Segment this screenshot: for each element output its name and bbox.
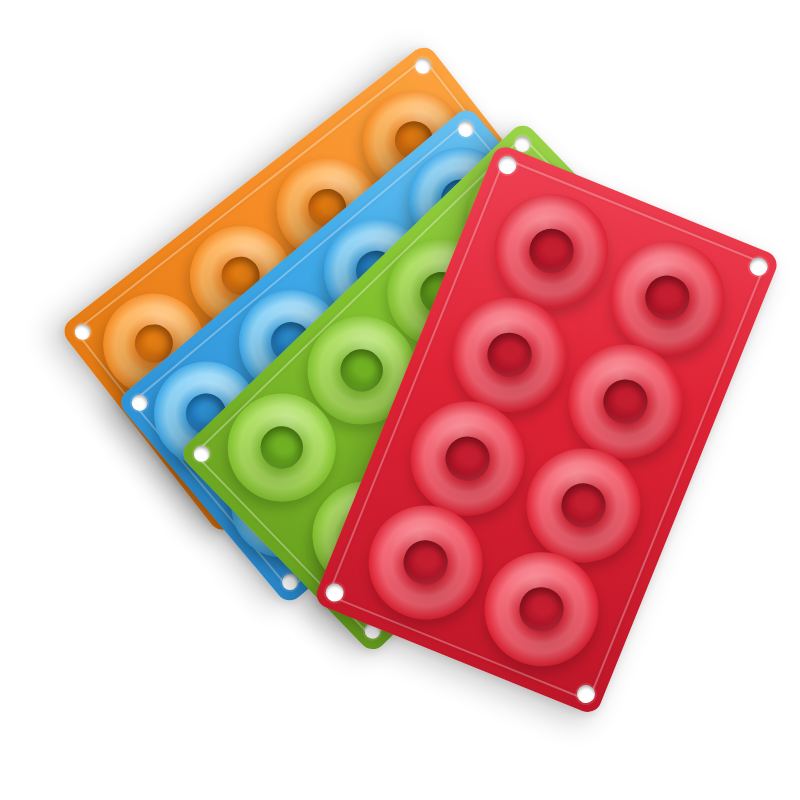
cavity-center-hole — [481, 327, 537, 383]
corner-hang-hole — [455, 118, 478, 141]
corner-hang-hole — [412, 55, 434, 77]
corner-hang-hole — [71, 321, 93, 343]
corner-hang-hole — [574, 682, 597, 705]
corner-hang-hole — [323, 581, 346, 604]
corner-hang-hole — [190, 443, 213, 466]
cavity-center-hole — [513, 581, 569, 637]
cavity-center-hole — [253, 418, 311, 476]
cavity-center-hole — [555, 477, 611, 533]
cavity-center-hole — [597, 373, 653, 429]
product-photo-donut-molds — [0, 0, 800, 800]
cavity-center-hole — [439, 430, 495, 486]
corner-hang-hole — [128, 392, 151, 415]
corner-hang-hole — [747, 255, 770, 278]
cavity-center-hole — [523, 223, 579, 279]
cavity-center-hole — [639, 270, 695, 326]
corner-hang-hole — [496, 153, 519, 176]
cavity-center-hole — [333, 341, 391, 399]
cavity-center-hole — [397, 534, 453, 590]
